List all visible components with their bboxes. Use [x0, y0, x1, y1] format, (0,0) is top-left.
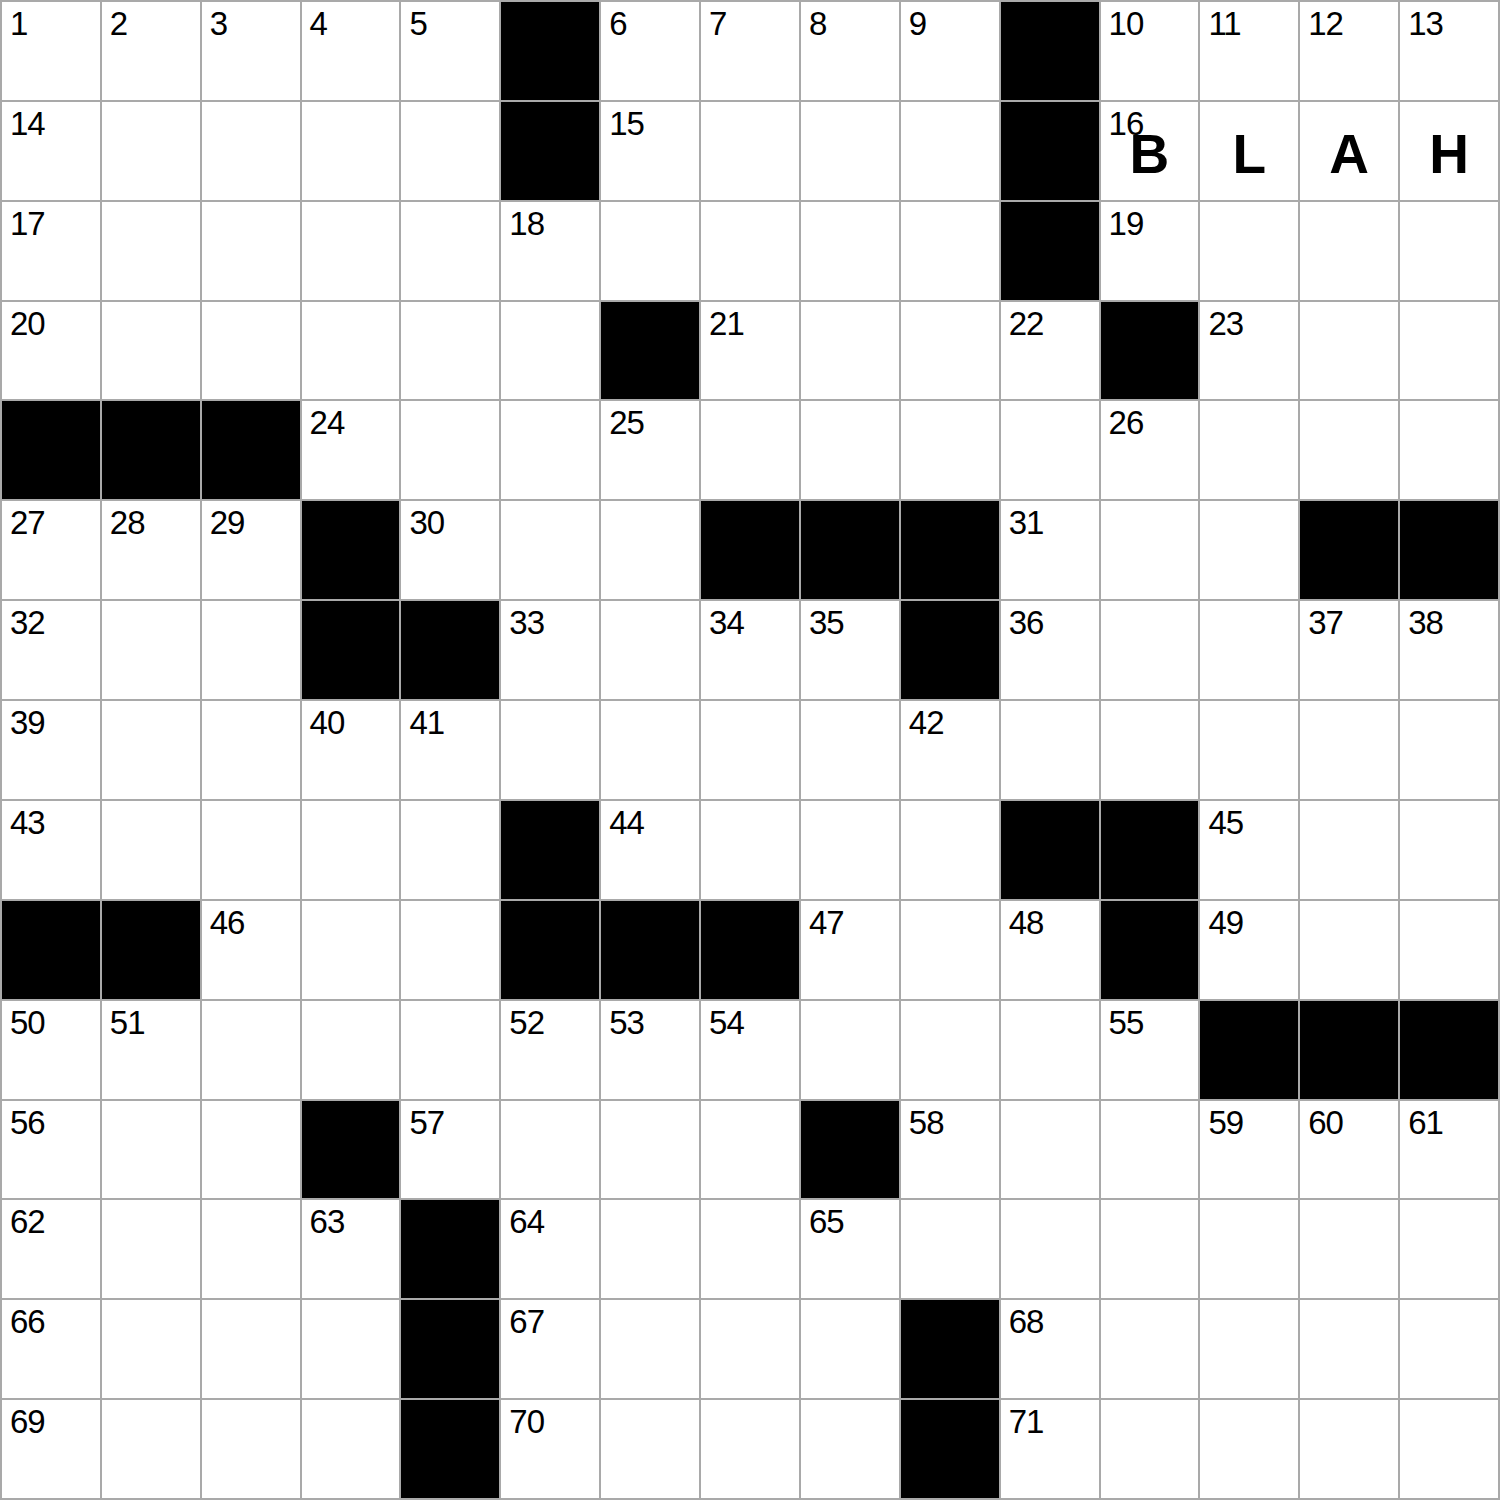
clue-number: 20: [10, 307, 45, 340]
white-square[interactable]: [1001, 701, 1099, 799]
black-square: [302, 1101, 400, 1199]
white-square[interactable]: [1200, 601, 1298, 699]
white-square[interactable]: 6: [601, 2, 699, 100]
white-square[interactable]: [102, 1300, 200, 1398]
clue-number: 21: [709, 307, 744, 340]
clue-number: 6: [609, 7, 626, 40]
white-square[interactable]: 17: [2, 202, 100, 300]
white-square[interactable]: [801, 1001, 899, 1099]
white-square[interactable]: [1300, 202, 1398, 300]
white-square[interactable]: 13: [1400, 2, 1498, 100]
clue-number: 56: [10, 1106, 45, 1139]
clue-number: 5: [409, 7, 426, 40]
black-square: [2, 401, 100, 499]
white-square[interactable]: [202, 1200, 300, 1298]
white-square[interactable]: 45: [1200, 801, 1298, 899]
white-square[interactable]: 35: [801, 601, 899, 699]
white-square[interactable]: [401, 1001, 499, 1099]
white-square[interactable]: [302, 901, 400, 999]
white-square[interactable]: [302, 102, 400, 200]
black-square: [1001, 102, 1099, 200]
black-square: [401, 1200, 499, 1298]
white-square[interactable]: 49: [1200, 901, 1298, 999]
black-square: [1400, 501, 1498, 599]
white-square[interactable]: [901, 1200, 999, 1298]
white-square[interactable]: [801, 302, 899, 400]
white-square[interactable]: 39: [2, 701, 100, 799]
white-square[interactable]: 65: [801, 1200, 899, 1298]
clue-number: 47: [809, 906, 844, 939]
white-square[interactable]: 12: [1300, 2, 1398, 100]
white-square[interactable]: 52: [501, 1001, 599, 1099]
white-square[interactable]: [601, 202, 699, 300]
white-square[interactable]: [1400, 302, 1498, 400]
clue-number: 63: [310, 1205, 345, 1238]
white-square[interactable]: [801, 401, 899, 499]
clue-number: 8: [809, 7, 826, 40]
white-square[interactable]: [501, 302, 599, 400]
white-square[interactable]: 18: [501, 202, 599, 300]
white-square[interactable]: [1101, 601, 1199, 699]
black-square: [401, 1400, 499, 1498]
white-square[interactable]: 66: [2, 1300, 100, 1398]
white-square[interactable]: [1101, 1200, 1199, 1298]
white-square[interactable]: [1101, 1101, 1199, 1199]
clue-number: 71: [1009, 1405, 1044, 1438]
clue-number: 39: [10, 706, 45, 739]
clue-number: 49: [1208, 906, 1243, 939]
clue-number: 28: [110, 506, 145, 539]
clue-number: 34: [709, 606, 744, 639]
white-square[interactable]: 1: [2, 2, 100, 100]
white-square[interactable]: 67: [501, 1300, 599, 1398]
clue-number: 43: [10, 806, 45, 839]
white-square[interactable]: [801, 102, 899, 200]
black-square: [801, 1101, 899, 1199]
white-square[interactable]: [102, 801, 200, 899]
white-square[interactable]: [901, 202, 999, 300]
white-square[interactable]: 25: [601, 401, 699, 499]
black-square: [102, 401, 200, 499]
white-square[interactable]: [1001, 1101, 1099, 1199]
clue-number: 32: [10, 606, 45, 639]
white-square[interactable]: [1200, 1400, 1298, 1498]
white-square[interactable]: [1200, 701, 1298, 799]
white-square[interactable]: [202, 801, 300, 899]
clue-number: 57: [409, 1106, 444, 1139]
black-square: [401, 1300, 499, 1398]
white-square[interactable]: [102, 1200, 200, 1298]
black-square: [1001, 801, 1099, 899]
clue-number: 4: [310, 7, 327, 40]
clue-number: 1: [10, 7, 27, 40]
white-square[interactable]: [1300, 401, 1398, 499]
clue-number: 22: [1009, 307, 1044, 340]
clue-number: 38: [1408, 606, 1443, 639]
white-square[interactable]: [901, 801, 999, 899]
clue-number: 45: [1208, 806, 1243, 839]
white-square[interactable]: [202, 701, 300, 799]
clue-number: 30: [409, 506, 444, 539]
white-square[interactable]: [102, 1101, 200, 1199]
white-square[interactable]: [202, 202, 300, 300]
white-square[interactable]: [401, 801, 499, 899]
clue-number: 10: [1109, 7, 1144, 40]
white-square[interactable]: [202, 302, 300, 400]
black-square: [1200, 1001, 1298, 1099]
black-square: [501, 2, 599, 100]
white-square[interactable]: 4: [302, 2, 400, 100]
black-square: [1001, 202, 1099, 300]
white-square[interactable]: 7: [701, 2, 799, 100]
clue-number: 23: [1208, 307, 1243, 340]
clue-number: 58: [909, 1106, 944, 1139]
white-square[interactable]: [501, 401, 599, 499]
white-square[interactable]: 56: [2, 1101, 100, 1199]
clue-number: 59: [1208, 1106, 1243, 1139]
white-square[interactable]: 27: [2, 501, 100, 599]
clue-number: 24: [310, 406, 345, 439]
white-square[interactable]: [1200, 1200, 1298, 1298]
black-square: [901, 601, 999, 699]
white-square[interactable]: 44: [601, 801, 699, 899]
white-square[interactable]: [202, 1101, 300, 1199]
white-square[interactable]: 8: [801, 2, 899, 100]
white-square[interactable]: [1200, 501, 1298, 599]
white-square[interactable]: 69: [2, 1400, 100, 1498]
white-square[interactable]: 48: [1001, 901, 1099, 999]
white-square[interactable]: H: [1400, 102, 1498, 200]
black-square: [801, 501, 899, 599]
black-square: [1400, 1001, 1498, 1099]
white-square[interactable]: 31: [1001, 501, 1099, 599]
clue-number: 60: [1308, 1106, 1343, 1139]
white-square[interactable]: 16B: [1101, 102, 1199, 200]
white-square[interactable]: [1001, 1001, 1099, 1099]
clue-number: 66: [10, 1305, 45, 1338]
white-square[interactable]: 3: [202, 2, 300, 100]
black-square: [601, 901, 699, 999]
white-square[interactable]: [302, 202, 400, 300]
white-square[interactable]: [401, 901, 499, 999]
black-square: [501, 801, 599, 899]
fill-letter: A: [1300, 102, 1398, 200]
black-square: [1101, 801, 1199, 899]
white-square[interactable]: 54: [701, 1001, 799, 1099]
white-square[interactable]: 60: [1300, 1101, 1398, 1199]
black-square: [501, 901, 599, 999]
white-square[interactable]: [202, 1400, 300, 1498]
clue-number: 27: [10, 506, 45, 539]
clue-number: 26: [1109, 406, 1144, 439]
clue-number: 2: [110, 7, 127, 40]
clue-number: 19: [1109, 207, 1144, 240]
white-square[interactable]: [801, 801, 899, 899]
white-square[interactable]: 42: [901, 701, 999, 799]
white-square[interactable]: [1400, 701, 1498, 799]
white-square[interactable]: [601, 1400, 699, 1498]
white-square[interactable]: 50: [2, 1001, 100, 1099]
white-square[interactable]: [102, 601, 200, 699]
black-square: [302, 601, 400, 699]
white-square[interactable]: [701, 801, 799, 899]
white-square[interactable]: [1400, 901, 1498, 999]
white-square[interactable]: [1400, 1200, 1498, 1298]
white-square[interactable]: 28: [102, 501, 200, 599]
clue-number: 48: [1009, 906, 1044, 939]
white-square[interactable]: [102, 701, 200, 799]
white-square[interactable]: [1101, 1400, 1199, 1498]
white-square[interactable]: 15: [601, 102, 699, 200]
white-square[interactable]: [901, 102, 999, 200]
clue-number: 70: [509, 1405, 544, 1438]
white-square[interactable]: 47: [801, 901, 899, 999]
white-square[interactable]: 61: [1400, 1101, 1498, 1199]
white-square[interactable]: [1400, 1300, 1498, 1398]
white-square[interactable]: [401, 202, 499, 300]
clue-number: 41: [409, 706, 444, 739]
white-square[interactable]: [1001, 401, 1099, 499]
white-square[interactable]: [1400, 1400, 1498, 1498]
clue-number: 61: [1408, 1106, 1443, 1139]
white-square[interactable]: 57: [401, 1101, 499, 1199]
white-square[interactable]: [701, 401, 799, 499]
white-square[interactable]: [202, 1300, 300, 1398]
white-square[interactable]: 21: [701, 302, 799, 400]
white-square[interactable]: 70: [501, 1400, 599, 1498]
white-square[interactable]: [601, 1300, 699, 1398]
black-square: [1001, 2, 1099, 100]
white-square[interactable]: 68: [1001, 1300, 1099, 1398]
white-square[interactable]: [302, 1300, 400, 1398]
white-square[interactable]: [501, 701, 599, 799]
white-square[interactable]: 37: [1300, 601, 1398, 699]
white-square[interactable]: [701, 202, 799, 300]
clue-number: 42: [909, 706, 944, 739]
white-square[interactable]: [1300, 1200, 1398, 1298]
clue-number: 52: [509, 1006, 544, 1039]
white-square[interactable]: 34: [701, 601, 799, 699]
white-square[interactable]: [202, 601, 300, 699]
white-square[interactable]: 32: [2, 601, 100, 699]
white-square[interactable]: [701, 1200, 799, 1298]
white-square[interactable]: [601, 501, 699, 599]
clue-number: 40: [310, 706, 345, 739]
clue-number: 46: [210, 906, 245, 939]
black-square: [1101, 901, 1199, 999]
white-square[interactable]: 51: [102, 1001, 200, 1099]
white-square[interactable]: [1101, 501, 1199, 599]
white-square[interactable]: [1300, 302, 1398, 400]
black-square: [1300, 501, 1398, 599]
white-square[interactable]: [1300, 801, 1398, 899]
white-square[interactable]: 53: [601, 1001, 699, 1099]
white-square[interactable]: [102, 302, 200, 400]
white-square[interactable]: [701, 701, 799, 799]
white-square[interactable]: [302, 801, 400, 899]
white-square[interactable]: [801, 1300, 899, 1398]
black-square: [1101, 302, 1199, 400]
black-square: [901, 1400, 999, 1498]
clue-number: 11: [1208, 7, 1240, 40]
white-square[interactable]: 9: [901, 2, 999, 100]
white-square[interactable]: [701, 1101, 799, 1199]
white-square[interactable]: [1400, 202, 1498, 300]
clue-number: 50: [10, 1006, 45, 1039]
white-square[interactable]: 59: [1200, 1101, 1298, 1199]
white-square[interactable]: [401, 102, 499, 200]
white-square[interactable]: [1300, 1400, 1398, 1498]
white-square[interactable]: [1200, 1300, 1298, 1398]
white-square[interactable]: 23: [1200, 302, 1298, 400]
fill-letter: H: [1400, 102, 1498, 200]
white-square[interactable]: [901, 1001, 999, 1099]
white-square[interactable]: [1200, 202, 1298, 300]
black-square: [202, 401, 300, 499]
clue-number: 68: [1009, 1305, 1044, 1338]
white-square[interactable]: 29: [202, 501, 300, 599]
white-square[interactable]: [601, 601, 699, 699]
black-square: [1300, 1001, 1398, 1099]
white-square[interactable]: [102, 102, 200, 200]
crossword-board: 12345678910111213141516BLAH1718192021222…: [0, 0, 1500, 1500]
white-square[interactable]: [102, 1400, 200, 1498]
black-square: [2, 901, 100, 999]
white-square[interactable]: 10: [1101, 2, 1199, 100]
white-square[interactable]: 63: [302, 1200, 400, 1298]
white-square[interactable]: 55: [1101, 1001, 1199, 1099]
white-square[interactable]: 64: [501, 1200, 599, 1298]
clue-number: 55: [1109, 1006, 1144, 1039]
white-square[interactable]: 38: [1400, 601, 1498, 699]
white-square[interactable]: [1400, 401, 1498, 499]
white-square[interactable]: [401, 401, 499, 499]
black-square: [401, 601, 499, 699]
fill-letter: L: [1200, 102, 1298, 200]
clue-number: 67: [509, 1305, 544, 1338]
clue-number: 17: [10, 207, 45, 240]
white-square[interactable]: A: [1300, 102, 1398, 200]
white-square[interactable]: 71: [1001, 1400, 1099, 1498]
white-square[interactable]: [601, 1101, 699, 1199]
white-square[interactable]: [102, 202, 200, 300]
black-square: [701, 501, 799, 599]
white-square[interactable]: [701, 102, 799, 200]
clue-number: 18: [509, 207, 544, 240]
white-square[interactable]: 41: [401, 701, 499, 799]
white-square[interactable]: [302, 302, 400, 400]
clue-number: 35: [809, 606, 844, 639]
black-square: [601, 302, 699, 400]
clue-number: 13: [1408, 7, 1443, 40]
clue-number: 65: [809, 1205, 844, 1238]
clue-number: 37: [1308, 606, 1343, 639]
white-square[interactable]: [501, 1101, 599, 1199]
white-square[interactable]: [1300, 701, 1398, 799]
white-square[interactable]: 19: [1101, 202, 1199, 300]
clue-number: 12: [1308, 7, 1343, 40]
white-square[interactable]: 43: [2, 801, 100, 899]
white-square[interactable]: [801, 701, 899, 799]
white-square[interactable]: [1400, 801, 1498, 899]
clue-number: 33: [509, 606, 544, 639]
white-square[interactable]: [801, 202, 899, 300]
white-square[interactable]: 33: [501, 601, 599, 699]
white-square[interactable]: 24: [302, 401, 400, 499]
clue-number: 64: [509, 1205, 544, 1238]
clue-number: 9: [909, 7, 926, 40]
fill-letter: B: [1101, 102, 1199, 200]
white-square[interactable]: [202, 102, 300, 200]
black-square: [901, 1300, 999, 1398]
white-square[interactable]: 22: [1001, 302, 1099, 400]
white-square[interactable]: [202, 1001, 300, 1099]
clue-number: 54: [709, 1006, 744, 1039]
white-square[interactable]: [1200, 401, 1298, 499]
white-square[interactable]: [801, 1400, 899, 1498]
white-square[interactable]: 14: [2, 102, 100, 200]
white-square[interactable]: 11: [1200, 2, 1298, 100]
white-square[interactable]: [401, 302, 499, 400]
white-square[interactable]: 5: [401, 2, 499, 100]
black-square: [701, 901, 799, 999]
white-square[interactable]: [601, 701, 699, 799]
white-square[interactable]: 2: [102, 2, 200, 100]
white-square[interactable]: [302, 1400, 400, 1498]
clue-number: 25: [609, 406, 644, 439]
white-square[interactable]: 46: [202, 901, 300, 999]
white-square[interactable]: [1101, 701, 1199, 799]
white-square[interactable]: [901, 901, 999, 999]
white-square[interactable]: 30: [401, 501, 499, 599]
clue-number: 69: [10, 1405, 45, 1438]
white-square[interactable]: [1001, 1200, 1099, 1298]
clue-number: 29: [210, 506, 245, 539]
clue-number: 3: [210, 7, 227, 40]
white-square[interactable]: 20: [2, 302, 100, 400]
white-square[interactable]: [901, 401, 999, 499]
white-square[interactable]: [701, 1300, 799, 1398]
white-square[interactable]: [601, 1200, 699, 1298]
clue-number: 14: [10, 107, 45, 140]
black-square: [501, 102, 599, 200]
white-square[interactable]: 36: [1001, 601, 1099, 699]
white-square[interactable]: [501, 501, 599, 599]
white-square[interactable]: 58: [901, 1101, 999, 1199]
white-square[interactable]: [1300, 1300, 1398, 1398]
white-square[interactable]: 62: [2, 1200, 100, 1298]
clue-number: 44: [609, 806, 644, 839]
clue-number: 62: [10, 1205, 45, 1238]
clue-number: 51: [110, 1006, 145, 1039]
clue-number: 53: [609, 1006, 644, 1039]
clue-number: 7: [709, 7, 726, 40]
clue-number: 31: [1009, 506, 1044, 539]
white-square[interactable]: 26: [1101, 401, 1199, 499]
white-square[interactable]: [1101, 1300, 1199, 1398]
white-square[interactable]: [302, 1001, 400, 1099]
white-square[interactable]: 40: [302, 701, 400, 799]
clue-number: 36: [1009, 606, 1044, 639]
clue-number: 15: [609, 107, 644, 140]
black-square: [901, 501, 999, 599]
black-square: [102, 901, 200, 999]
black-square: [302, 501, 400, 599]
white-square[interactable]: [1300, 901, 1398, 999]
white-square[interactable]: [901, 302, 999, 400]
white-square[interactable]: L: [1200, 102, 1298, 200]
white-square[interactable]: [701, 1400, 799, 1498]
